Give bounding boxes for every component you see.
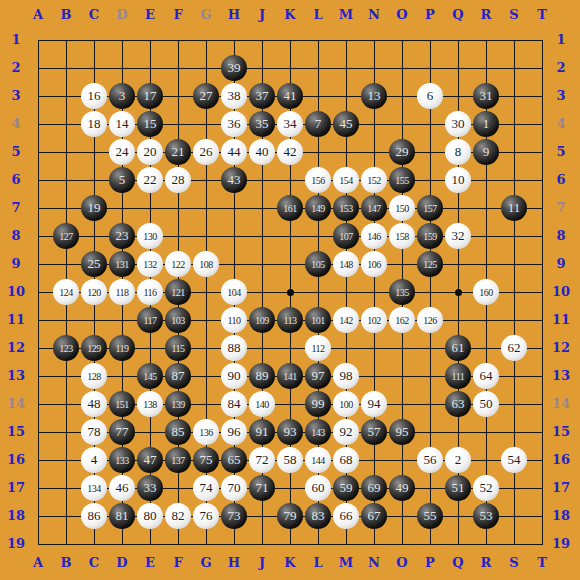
- col-top-label-C[interactable]: C: [83, 7, 105, 23]
- stone-black-77-D15: 77: [109, 419, 135, 445]
- stone-white-158-O8: 158: [389, 223, 415, 249]
- stone-white-152-N6: 152: [361, 167, 387, 193]
- stone-white-76-G18: 76: [193, 503, 219, 529]
- stone-white-26-G5: 26: [193, 139, 219, 165]
- stone-black-97-L13: 97: [305, 363, 331, 389]
- stone-black-153-M7: 153: [333, 195, 359, 221]
- stone-white-70-H17: 70: [221, 475, 247, 501]
- stone-white-100-M14: 100: [333, 391, 359, 417]
- stone-white-134-C17: 134: [81, 475, 107, 501]
- stone-black-89-J13: 89: [249, 363, 275, 389]
- stone-white-72-J16: 72: [249, 447, 275, 473]
- stone-white-6-P3: 6: [417, 83, 443, 109]
- stone-black-13-N3: 13: [361, 83, 387, 109]
- stone-white-52-R17: 52: [473, 475, 499, 501]
- stone-white-96-H15: 96: [221, 419, 247, 445]
- stone-black-33-E17: 33: [137, 475, 163, 501]
- stone-black-19-C7: 19: [81, 195, 107, 221]
- stone-black-85-F15: 85: [165, 419, 191, 445]
- stone-white-10-Q6: 10: [445, 167, 471, 193]
- stone-black-73-H18: 73: [221, 503, 247, 529]
- col-top-label-S[interactable]: S: [503, 7, 525, 23]
- stone-white-66-M18: 66: [333, 503, 359, 529]
- stone-white-102-N11: 102: [361, 307, 387, 333]
- stone-black-3-D3: 3: [109, 83, 135, 109]
- col-top-label-G[interactable]: G: [195, 7, 217, 23]
- col-top-label-F[interactable]: F: [167, 7, 189, 23]
- stone-black-157-P7: 157: [417, 195, 443, 221]
- col-top-label-K[interactable]: K: [279, 7, 301, 23]
- stone-black-49-O17: 49: [389, 475, 415, 501]
- stone-white-108-G9: 108: [193, 251, 219, 277]
- stone-black-75-G16: 75: [193, 447, 219, 473]
- col-top-label-J[interactable]: J: [251, 7, 273, 23]
- col-top-label-D[interactable]: D: [111, 7, 133, 23]
- stone-black-51-Q17: 51: [445, 475, 471, 501]
- stone-white-2-Q16: 2: [445, 447, 471, 473]
- col-top-label-E[interactable]: E: [139, 7, 161, 23]
- stone-white-154-M6: 154: [333, 167, 359, 193]
- stone-white-92-M15: 92: [333, 419, 359, 445]
- stone-white-74-G17: 74: [193, 475, 219, 501]
- stone-white-124-B10: 124: [53, 279, 79, 305]
- stone-white-98-M13: 98: [333, 363, 359, 389]
- stone-black-37-J3: 37: [249, 83, 275, 109]
- stone-black-1-R4: 1: [473, 111, 499, 137]
- stone-white-104-H10: 104: [221, 279, 247, 305]
- stone-black-133-D16: 133: [109, 447, 135, 473]
- stone-black-93-K15: 93: [277, 419, 303, 445]
- stone-white-150-O7: 150: [389, 195, 415, 221]
- stone-white-36-H4: 36: [221, 111, 247, 137]
- stone-black-15-E4: 15: [137, 111, 163, 137]
- stone-white-18-C4: 18: [81, 111, 107, 137]
- stone-black-135-O10: 135: [389, 279, 415, 305]
- stone-white-148-M9: 148: [333, 251, 359, 277]
- stone-white-88-H12: 88: [221, 335, 247, 361]
- stone-black-29-O5: 29: [389, 139, 415, 165]
- stone-white-78-C15: 78: [81, 419, 107, 445]
- stone-white-64-R13: 64: [473, 363, 499, 389]
- stone-white-122-F9: 122: [165, 251, 191, 277]
- stone-black-65-H16: 65: [221, 447, 247, 473]
- stone-black-67-N18: 67: [361, 503, 387, 529]
- stone-white-160-R10: 160: [473, 279, 499, 305]
- stone-white-46-D17: 46: [109, 475, 135, 501]
- stone-white-86-C18: 86: [81, 503, 107, 529]
- stone-white-140-J14: 140: [249, 391, 275, 417]
- stone-black-117-E11: 117: [137, 307, 163, 333]
- stone-white-112-L12: 112: [305, 335, 331, 361]
- stone-white-126-P11: 126: [417, 307, 443, 333]
- col-top-label-H[interactable]: H: [223, 7, 245, 23]
- stone-black-17-E3: 17: [137, 83, 163, 109]
- stone-black-113-K11: 113: [277, 307, 303, 333]
- stone-black-7-L4: 7: [305, 111, 331, 137]
- stone-black-129-C12: 129: [81, 335, 107, 361]
- goban[interactable]: 1234567891011131415161718192021222324252…: [24, 26, 556, 558]
- stone-black-111-Q13: 111: [445, 363, 471, 389]
- stone-white-146-N8: 146: [361, 223, 387, 249]
- col-top-label-M[interactable]: M: [335, 7, 357, 23]
- stone-white-94-N14: 94: [361, 391, 387, 417]
- stone-white-80-E18: 80: [137, 503, 163, 529]
- stone-black-159-P8: 159: [417, 223, 443, 249]
- stone-black-27-G3: 27: [193, 83, 219, 109]
- stone-black-141-K13: 141: [277, 363, 303, 389]
- stone-black-55-P18: 55: [417, 503, 443, 529]
- stone-black-145-E13: 145: [137, 363, 163, 389]
- stone-white-130-E8: 130: [137, 223, 163, 249]
- stone-black-121-F10: 121: [165, 279, 191, 305]
- stone-white-30-Q4: 30: [445, 111, 471, 137]
- stone-black-123-B12: 123: [53, 335, 79, 361]
- stone-white-56-P16: 56: [417, 447, 443, 473]
- stone-black-105-L9: 105: [305, 251, 331, 277]
- col-top-label-O[interactable]: O: [391, 7, 413, 23]
- stone-white-16-C3: 16: [81, 83, 107, 109]
- stone-white-116-E10: 116: [137, 279, 163, 305]
- stone-black-25-C9: 25: [81, 251, 107, 277]
- stone-black-109-J11: 109: [249, 307, 275, 333]
- stone-white-22-E6: 22: [137, 167, 163, 193]
- col-top-label-T[interactable]: T: [531, 7, 553, 23]
- stone-black-69-N17: 69: [361, 475, 387, 501]
- stone-white-60-L17: 60: [305, 475, 331, 501]
- col-top-label-R[interactable]: R: [475, 7, 497, 23]
- stone-black-99-L14: 99: [305, 391, 331, 417]
- stone-white-144-L16: 144: [305, 447, 331, 473]
- stone-white-54-S16: 54: [501, 447, 527, 473]
- stone-black-63-Q14: 63: [445, 391, 471, 417]
- stone-black-137-F16: 137: [165, 447, 191, 473]
- stone-black-107-M8: 107: [333, 223, 359, 249]
- stone-black-43-H6: 43: [221, 167, 247, 193]
- stone-black-59-M17: 59: [333, 475, 359, 501]
- stone-white-48-C14: 48: [81, 391, 107, 417]
- col-top-label-L[interactable]: L: [307, 7, 329, 23]
- stone-white-68-M16: 68: [333, 447, 359, 473]
- stone-black-83-L18: 83: [305, 503, 331, 529]
- col-top-label-P[interactable]: P: [419, 7, 441, 23]
- stone-black-5-D6: 5: [109, 167, 135, 193]
- stone-black-39-H2: 39: [221, 55, 247, 81]
- stone-black-31-R3: 31: [473, 83, 499, 109]
- stone-white-118-D10: 118: [109, 279, 135, 305]
- stone-white-84-H14: 84: [221, 391, 247, 417]
- stone-white-142-M11: 142: [333, 307, 359, 333]
- stone-white-40-J5: 40: [249, 139, 275, 165]
- stone-white-136-G15: 136: [193, 419, 219, 445]
- stone-black-127-B8: 127: [53, 223, 79, 249]
- stone-white-38-H3: 38: [221, 83, 247, 109]
- stone-white-82-F18: 82: [165, 503, 191, 529]
- stone-black-21-F5: 21: [165, 139, 191, 165]
- col-top-label-B[interactable]: B: [55, 7, 77, 23]
- stone-black-87-F13: 87: [165, 363, 191, 389]
- stone-black-47-E16: 47: [137, 447, 163, 473]
- stone-white-24-D5: 24: [109, 139, 135, 165]
- stone-black-115-F12: 115: [165, 335, 191, 361]
- col-top-label-Q[interactable]: Q: [447, 7, 469, 23]
- stone-white-132-E9: 132: [137, 251, 163, 277]
- stone-black-91-J15: 91: [249, 419, 275, 445]
- stone-white-128-C13: 128: [81, 363, 107, 389]
- stone-black-149-L7: 149: [305, 195, 331, 221]
- stone-black-147-N7: 147: [361, 195, 387, 221]
- stone-white-110-H11: 110: [221, 307, 247, 333]
- stone-black-101-L11: 101: [305, 307, 331, 333]
- stone-black-71-J17: 71: [249, 475, 275, 501]
- stone-black-151-D14: 151: [109, 391, 135, 417]
- stone-white-32-Q8: 32: [445, 223, 471, 249]
- stone-black-119-D12: 119: [109, 335, 135, 361]
- stone-white-106-N9: 106: [361, 251, 387, 277]
- stone-black-125-P9: 125: [417, 251, 443, 277]
- col-top-label-A[interactable]: A: [27, 7, 49, 23]
- stone-black-53-R18: 53: [473, 503, 499, 529]
- stone-white-42-K5: 42: [277, 139, 303, 165]
- stone-black-57-N15: 57: [361, 419, 387, 445]
- col-top-label-N[interactable]: N: [363, 7, 385, 23]
- stone-black-61-Q12: 61: [445, 335, 471, 361]
- stone-black-81-D18: 81: [109, 503, 135, 529]
- stone-white-120-C10: 120: [81, 279, 107, 305]
- stone-white-62-S12: 62: [501, 335, 527, 361]
- stone-white-28-F6: 28: [165, 167, 191, 193]
- stone-black-155-O6: 155: [389, 167, 415, 193]
- stone-white-90-H13: 90: [221, 363, 247, 389]
- stone-white-4-C16: 4: [81, 447, 107, 473]
- stone-black-41-K3: 41: [277, 83, 303, 109]
- go-kifu-diagram: ABCDEFGHJKLMNOPQRST ABCDEFGHJKLMNOPQRST …: [0, 0, 580, 580]
- stone-white-156-L6: 156: [305, 167, 331, 193]
- stone-black-79-K18: 79: [277, 503, 303, 529]
- stone-white-50-R14: 50: [473, 391, 499, 417]
- stone-white-162-O11: 162: [389, 307, 415, 333]
- stone-black-143-L15: 143: [305, 419, 331, 445]
- stone-white-58-K16: 58: [277, 447, 303, 473]
- stone-white-44-H5: 44: [221, 139, 247, 165]
- stone-black-95-O15: 95: [389, 419, 415, 445]
- stone-white-34-K4: 34: [277, 111, 303, 137]
- stone-black-139-F14: 139: [165, 391, 191, 417]
- stone-white-8-Q5: 8: [445, 139, 471, 165]
- stone-black-35-J4: 35: [249, 111, 275, 137]
- stone-black-131-D9: 131: [109, 251, 135, 277]
- stone-white-14-D4: 14: [109, 111, 135, 137]
- stone-white-20-E5: 20: [137, 139, 163, 165]
- stone-black-103-F11: 103: [165, 307, 191, 333]
- stone-white-138-E14: 138: [137, 391, 163, 417]
- stone-black-11-S7: 11: [501, 195, 527, 221]
- stone-black-161-K7: 161: [277, 195, 303, 221]
- stone-black-9-R5: 9: [473, 139, 499, 165]
- stone-black-45-M4: 45: [333, 111, 359, 137]
- stone-black-23-D8: 23: [109, 223, 135, 249]
